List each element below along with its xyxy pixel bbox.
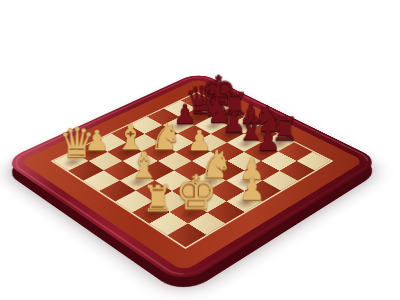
white-pawn-h4[interactable]: ♟ xyxy=(239,175,266,205)
white-king-g2[interactable]: ♚ xyxy=(174,168,217,216)
board-scene: ♛♟♝♟♛♚♞♞♜♝♟♟♟♝♞♜♞♟♜♚♟♟ xyxy=(58,27,326,295)
white-rook-f1[interactable]: ♜ xyxy=(142,180,174,216)
chess-board: ♛♟♝♟♛♚♞♞♜♝♟♟♟♝♞♜♞♟♜♚♟♟ xyxy=(2,72,381,285)
product-photo-stage: ♛♟♝♟♛♚♞♞♜♝♟♟♟♝♞♜♞♟♜♚♟♟ xyxy=(0,0,400,300)
white-queen-a1[interactable]: ♛ xyxy=(58,123,95,164)
